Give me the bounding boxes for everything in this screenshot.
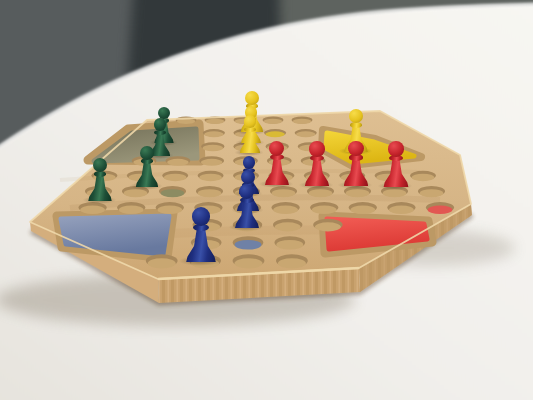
photo-scene (0, 0, 533, 400)
pawn-head (154, 118, 167, 131)
colored-hole-Y-1-6 (265, 131, 285, 137)
hole-floor-6-9 (389, 205, 414, 214)
hole-floor-4-10 (412, 174, 435, 181)
hole-floor-6-8 (350, 205, 375, 214)
pawn-head (140, 146, 154, 160)
hole-floor-7-6 (275, 222, 301, 231)
pawn-head (309, 141, 324, 156)
hole-floor-9-3 (148, 258, 176, 268)
pawn-body (383, 159, 408, 187)
pawn-head (348, 141, 363, 156)
pawn-head (245, 91, 259, 105)
pawn-head (239, 184, 254, 199)
pawn-body (305, 159, 330, 186)
hole-floor-9-6 (278, 258, 306, 268)
pawn-body (240, 130, 261, 153)
pawn-head (388, 141, 404, 157)
hole-floor-5-6 (272, 189, 296, 197)
hole-floor-5-8 (346, 189, 370, 197)
pawn-yellow-3[interactable] (240, 115, 261, 153)
pawn-body (344, 159, 369, 186)
hole-floor-8-6 (276, 240, 303, 250)
pawn-red-1[interactable] (265, 141, 289, 185)
hole-floor-1-7 (296, 131, 316, 137)
pawn-head (349, 109, 364, 124)
pawn-head (269, 141, 284, 156)
pawn-head (192, 207, 211, 226)
pawn-red-3[interactable] (344, 141, 369, 186)
pawn-body (186, 229, 216, 262)
pawn-red-4[interactable] (383, 141, 408, 187)
hole-floor-5-2 (124, 189, 148, 197)
pawn-body (88, 175, 112, 201)
hole-floor-4-4 (199, 174, 222, 181)
hole-floor-2-4 (203, 145, 224, 151)
hole-floor-5-9 (383, 189, 407, 197)
pocket-blue[interactable] (57, 213, 173, 258)
hole-floor-5-4 (198, 189, 222, 197)
hole-floor-6-3 (157, 205, 182, 214)
pawn-head (93, 158, 108, 173)
colored-hole-B-8-5 (235, 240, 262, 250)
pawn-red-2[interactable] (305, 141, 330, 186)
pawn-blue-4[interactable] (186, 207, 216, 262)
hole-floor-3-4 (201, 159, 223, 166)
pawn-body (235, 201, 259, 228)
hole-floor-3-3 (167, 159, 189, 166)
hole-floor-0-7 (293, 119, 311, 124)
pawn-green-3[interactable] (136, 146, 159, 187)
hole-floor-0-4 (206, 119, 224, 124)
pawn-head (244, 115, 257, 128)
hole-floor-6-7 (312, 205, 337, 214)
hole-floor-1-4 (204, 131, 224, 137)
hole-floor-7-7 (315, 222, 341, 231)
colored-hole-R-6-10 (428, 205, 453, 214)
hole-floor-5-10 (420, 189, 444, 197)
hole-floor-9-5 (235, 258, 263, 268)
hole-floor-6-1 (80, 205, 105, 214)
hole-floor-0-6 (264, 119, 282, 124)
pawn-head (243, 156, 256, 169)
board-photo (0, 0, 533, 400)
pawn-green-4[interactable] (88, 158, 112, 201)
pawn-body (136, 162, 159, 187)
pawn-blue-3[interactable] (235, 184, 259, 228)
hole-floor-6-2 (119, 205, 144, 214)
colored-hole-G-5-3 (161, 189, 185, 197)
hole-floor-6-6 (273, 205, 298, 214)
hole-floor-5-7 (309, 189, 333, 197)
hole-floor-4-3 (164, 174, 187, 181)
pawn-head (241, 170, 255, 184)
pawn-body (265, 158, 289, 185)
